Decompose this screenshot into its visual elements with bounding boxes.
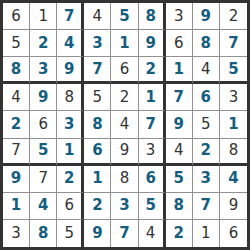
cell-r7c6[interactable]: 6 — [139, 166, 166, 193]
cell-r6c2[interactable]: 5 — [30, 139, 57, 166]
cell-r6c4[interactable]: 6 — [84, 139, 111, 166]
cell-r1c7[interactable]: 3 — [166, 3, 193, 30]
cell-r2c5[interactable]: 1 — [111, 30, 138, 57]
cell-r1c2[interactable]: 1 — [30, 3, 57, 30]
cell-r5c1[interactable]: 2 — [3, 111, 30, 138]
cell-r7c8[interactable]: 3 — [193, 166, 220, 193]
cell-r6c3[interactable]: 1 — [57, 139, 84, 166]
cell-r5c8[interactable]: 5 — [193, 111, 220, 138]
cell-r2c3[interactable]: 4 — [57, 30, 84, 57]
cell-r4c2[interactable]: 9 — [30, 84, 57, 111]
sudoku-board: 6174583925243196878397621454985217632638… — [0, 0, 250, 250]
cell-r9c3[interactable]: 5 — [57, 220, 84, 247]
cell-r6c8[interactable]: 2 — [193, 139, 220, 166]
cell-r9c6[interactable]: 4 — [139, 220, 166, 247]
cell-r7c5[interactable]: 8 — [111, 166, 138, 193]
cell-r4c6[interactable]: 1 — [139, 84, 166, 111]
cell-r2c2[interactable]: 2 — [30, 30, 57, 57]
cell-r1c6[interactable]: 8 — [139, 3, 166, 30]
cell-r3c1[interactable]: 8 — [3, 57, 30, 84]
cell-r3c3[interactable]: 9 — [57, 57, 84, 84]
cell-r6c6[interactable]: 3 — [139, 139, 166, 166]
cell-r2c7[interactable]: 6 — [166, 30, 193, 57]
cell-r4c4[interactable]: 5 — [84, 84, 111, 111]
cell-r8c1[interactable]: 1 — [3, 193, 30, 220]
cell-r7c7[interactable]: 5 — [166, 166, 193, 193]
cell-r8c4[interactable]: 2 — [84, 193, 111, 220]
cell-r7c2[interactable]: 7 — [30, 166, 57, 193]
cell-r2c4[interactable]: 3 — [84, 30, 111, 57]
cell-r7c1[interactable]: 9 — [3, 166, 30, 193]
cell-r2c6[interactable]: 9 — [139, 30, 166, 57]
cell-r8c6[interactable]: 5 — [139, 193, 166, 220]
cell-r9c9[interactable]: 6 — [220, 220, 247, 247]
cell-r4c7[interactable]: 7 — [166, 84, 193, 111]
cell-r1c3[interactable]: 7 — [57, 3, 84, 30]
cell-r6c5[interactable]: 9 — [111, 139, 138, 166]
cell-r1c4[interactable]: 4 — [84, 3, 111, 30]
cell-r5c5[interactable]: 4 — [111, 111, 138, 138]
cell-r4c3[interactable]: 8 — [57, 84, 84, 111]
cell-r9c1[interactable]: 3 — [3, 220, 30, 247]
cell-r1c9[interactable]: 2 — [220, 3, 247, 30]
cell-r3c6[interactable]: 2 — [139, 57, 166, 84]
cell-r9c7[interactable]: 2 — [166, 220, 193, 247]
cell-r1c8[interactable]: 9 — [193, 3, 220, 30]
cell-r8c2[interactable]: 4 — [30, 193, 57, 220]
cell-r2c1[interactable]: 5 — [3, 30, 30, 57]
cell-r5c7[interactable]: 9 — [166, 111, 193, 138]
cell-r3c4[interactable]: 7 — [84, 57, 111, 84]
cell-r6c1[interactable]: 7 — [3, 139, 30, 166]
cell-r7c3[interactable]: 2 — [57, 166, 84, 193]
cell-r9c4[interactable]: 9 — [84, 220, 111, 247]
cell-r2c8[interactable]: 8 — [193, 30, 220, 57]
cell-r8c7[interactable]: 8 — [166, 193, 193, 220]
cell-r1c1[interactable]: 6 — [3, 3, 30, 30]
cell-r5c4[interactable]: 8 — [84, 111, 111, 138]
cell-r4c5[interactable]: 2 — [111, 84, 138, 111]
cell-r1c5[interactable]: 5 — [111, 3, 138, 30]
cell-r5c3[interactable]: 3 — [57, 111, 84, 138]
cell-r7c9[interactable]: 4 — [220, 166, 247, 193]
cell-r3c5[interactable]: 6 — [111, 57, 138, 84]
cell-r8c5[interactable]: 3 — [111, 193, 138, 220]
cell-r4c1[interactable]: 4 — [3, 84, 30, 111]
cell-r6c7[interactable]: 4 — [166, 139, 193, 166]
cell-r5c2[interactable]: 6 — [30, 111, 57, 138]
cell-r9c5[interactable]: 7 — [111, 220, 138, 247]
cell-r6c9[interactable]: 8 — [220, 139, 247, 166]
cell-r8c8[interactable]: 7 — [193, 193, 220, 220]
cell-r9c8[interactable]: 1 — [193, 220, 220, 247]
cell-r4c8[interactable]: 6 — [193, 84, 220, 111]
cell-r2c9[interactable]: 7 — [220, 30, 247, 57]
cell-r4c9[interactable]: 3 — [220, 84, 247, 111]
cell-r9c2[interactable]: 8 — [30, 220, 57, 247]
cell-r8c9[interactable]: 9 — [220, 193, 247, 220]
cell-r7c4[interactable]: 1 — [84, 166, 111, 193]
cell-r3c2[interactable]: 3 — [30, 57, 57, 84]
cell-r8c3[interactable]: 6 — [57, 193, 84, 220]
cell-r3c9[interactable]: 5 — [220, 57, 247, 84]
cell-r3c7[interactable]: 1 — [166, 57, 193, 84]
cell-r5c9[interactable]: 1 — [220, 111, 247, 138]
cell-r3c8[interactable]: 4 — [193, 57, 220, 84]
cell-r5c6[interactable]: 7 — [139, 111, 166, 138]
